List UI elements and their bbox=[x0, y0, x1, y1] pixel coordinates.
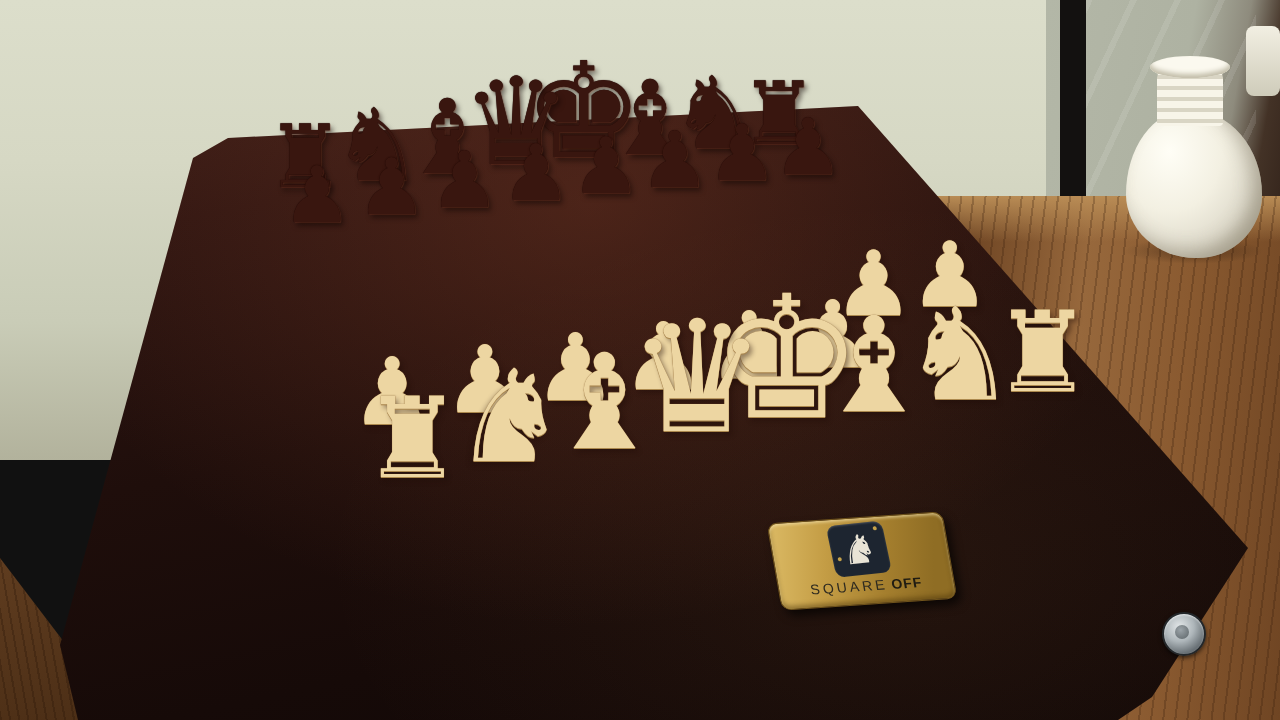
vase-rim bbox=[1150, 56, 1230, 78]
piece-black-P-h7[interactable]: ♟ bbox=[773, 108, 843, 186]
piece-white-R-a1[interactable]: ♜ bbox=[362, 382, 462, 494]
piece-black-P-d7[interactable]: ♟ bbox=[501, 134, 571, 212]
square-off-knight-logo-icon: ♞ bbox=[826, 521, 892, 578]
piece-black-P-f7[interactable]: ♟ bbox=[639, 121, 709, 199]
case-frame-post bbox=[1060, 0, 1086, 214]
plaque-word-off: OFF bbox=[890, 574, 924, 592]
piece-white-N-b1[interactable]: ♞ bbox=[452, 353, 567, 481]
plaque-brand-text: SQUARE OFF bbox=[778, 572, 954, 600]
plaque-word-square: SQUARE bbox=[809, 576, 889, 597]
piece-black-P-c7[interactable]: ♟ bbox=[429, 141, 499, 219]
power-button-center bbox=[1175, 625, 1189, 639]
piece-black-P-g7[interactable]: ♟ bbox=[707, 114, 777, 192]
square-off-plaque: ♞ SQUARE OFF bbox=[767, 511, 958, 610]
candle-in-case bbox=[1246, 26, 1280, 96]
piece-black-P-b7[interactable]: ♟ bbox=[356, 148, 426, 226]
power-button[interactable] bbox=[1162, 612, 1206, 656]
scene: 12345678abcdefgh WHITE BLACK ♞ SQUARE OF… bbox=[0, 0, 1280, 720]
piece-black-P-e7[interactable]: ♟ bbox=[571, 127, 641, 205]
piece-black-P-a7[interactable]: ♟ bbox=[282, 155, 352, 233]
knight-icon: ♞ bbox=[830, 523, 888, 575]
